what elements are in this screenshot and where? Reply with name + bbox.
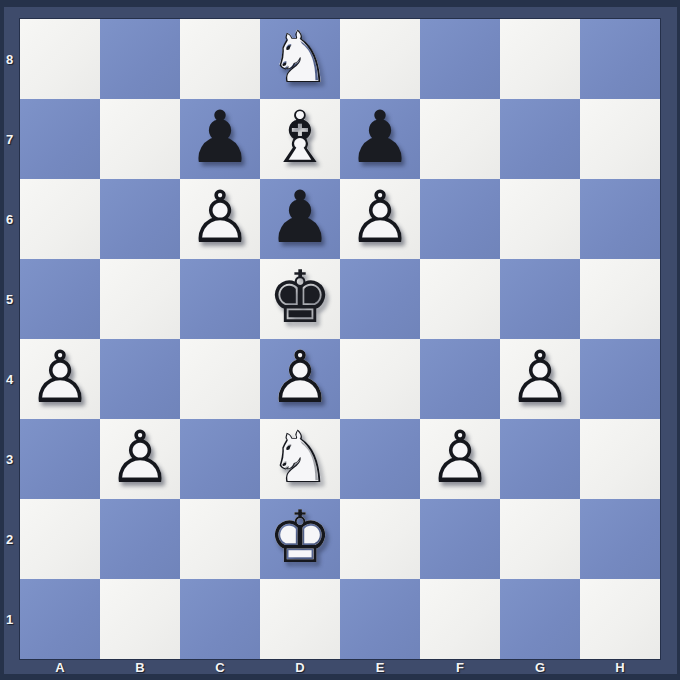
piece-fill-glyph: ♟ bbox=[180, 97, 260, 177]
white-bishop[interactable]: ♝♗ bbox=[260, 99, 340, 179]
square-a4[interactable]: ♟♙ bbox=[20, 339, 100, 419]
square-b3[interactable]: ♟♙ bbox=[100, 419, 180, 499]
black-pawn[interactable]: ♟ bbox=[260, 179, 340, 259]
square-a8[interactable] bbox=[20, 19, 100, 99]
white-pawn[interactable]: ♟♙ bbox=[260, 339, 340, 419]
square-g8[interactable] bbox=[500, 19, 580, 99]
square-g1[interactable] bbox=[500, 579, 580, 659]
square-c2[interactable] bbox=[180, 499, 260, 579]
square-d2[interactable]: ♚♔ bbox=[260, 499, 340, 579]
square-b4[interactable] bbox=[100, 339, 180, 419]
rank-label-4: 4 bbox=[0, 339, 19, 419]
square-e3[interactable] bbox=[340, 419, 420, 499]
piece-outline-glyph: ♙ bbox=[180, 177, 260, 257]
square-h2[interactable] bbox=[580, 499, 660, 579]
square-e4[interactable] bbox=[340, 339, 420, 419]
square-e7[interactable]: ♟ bbox=[340, 99, 420, 179]
file-label-h: H bbox=[580, 660, 660, 675]
piece-outline-glyph: ♙ bbox=[340, 177, 420, 257]
piece-fill-glyph: ♟ bbox=[260, 177, 340, 257]
file-label-a: A bbox=[20, 660, 100, 675]
rank-label-8: 8 bbox=[0, 19, 19, 99]
rank-label-3: 3 bbox=[0, 419, 19, 499]
white-pawn[interactable]: ♟♙ bbox=[100, 419, 180, 499]
square-a1[interactable] bbox=[20, 579, 100, 659]
file-label-d: D bbox=[260, 660, 340, 675]
square-e1[interactable] bbox=[340, 579, 420, 659]
square-g5[interactable] bbox=[500, 259, 580, 339]
square-e8[interactable] bbox=[340, 19, 420, 99]
square-b1[interactable] bbox=[100, 579, 180, 659]
square-d7[interactable]: ♝♗ bbox=[260, 99, 340, 179]
square-a5[interactable] bbox=[20, 259, 100, 339]
piece-fill-glyph: ♚ bbox=[260, 257, 340, 337]
square-c5[interactable] bbox=[180, 259, 260, 339]
rank-label-2: 2 bbox=[0, 499, 19, 579]
square-f2[interactable] bbox=[420, 499, 500, 579]
rank-label-1: 1 bbox=[0, 579, 19, 659]
piece-outline-glyph: ♙ bbox=[420, 417, 500, 497]
file-label-c: C bbox=[180, 660, 260, 675]
square-d3[interactable]: ♞♘ bbox=[260, 419, 340, 499]
square-a3[interactable] bbox=[20, 419, 100, 499]
square-f6[interactable] bbox=[420, 179, 500, 259]
white-knight[interactable]: ♞♘ bbox=[260, 419, 340, 499]
square-f4[interactable] bbox=[420, 339, 500, 419]
white-pawn[interactable]: ♟♙ bbox=[500, 339, 580, 419]
square-e6[interactable]: ♟♙ bbox=[340, 179, 420, 259]
piece-outline-glyph: ♙ bbox=[20, 337, 100, 417]
black-pawn[interactable]: ♟ bbox=[180, 99, 260, 179]
square-a2[interactable] bbox=[20, 499, 100, 579]
rank-labels: 87654321 bbox=[0, 19, 19, 659]
white-knight[interactable]: ♞♘ bbox=[260, 19, 340, 99]
square-d6[interactable]: ♟ bbox=[260, 179, 340, 259]
white-pawn[interactable]: ♟♙ bbox=[180, 179, 260, 259]
rank-label-7: 7 bbox=[0, 99, 19, 179]
rank-label-5: 5 bbox=[0, 259, 19, 339]
white-king[interactable]: ♚♔ bbox=[260, 499, 340, 579]
white-pawn[interactable]: ♟♙ bbox=[20, 339, 100, 419]
square-h4[interactable] bbox=[580, 339, 660, 419]
white-pawn[interactable]: ♟♙ bbox=[340, 179, 420, 259]
square-c6[interactable]: ♟♙ bbox=[180, 179, 260, 259]
square-h3[interactable] bbox=[580, 419, 660, 499]
chess-diagram: 87654321 ♞♘♟♝♗♟♟♙♟♟♙♚♟♙♟♙♟♙♟♙♞♘♟♙♚♔ ABCD… bbox=[0, 0, 680, 680]
square-b8[interactable] bbox=[100, 19, 180, 99]
square-g7[interactable] bbox=[500, 99, 580, 179]
square-h8[interactable] bbox=[580, 19, 660, 99]
square-f7[interactable] bbox=[420, 99, 500, 179]
square-c3[interactable] bbox=[180, 419, 260, 499]
square-b5[interactable] bbox=[100, 259, 180, 339]
piece-outline-glyph: ♗ bbox=[260, 97, 340, 177]
rank-label-6: 6 bbox=[0, 179, 19, 259]
piece-outline-glyph: ♙ bbox=[500, 337, 580, 417]
black-pawn[interactable]: ♟ bbox=[340, 99, 420, 179]
piece-outline-glyph: ♙ bbox=[100, 417, 180, 497]
piece-outline-glyph: ♔ bbox=[260, 497, 340, 577]
square-h5[interactable] bbox=[580, 259, 660, 339]
square-f3[interactable]: ♟♙ bbox=[420, 419, 500, 499]
piece-outline-glyph: ♘ bbox=[260, 417, 340, 497]
square-e5[interactable] bbox=[340, 259, 420, 339]
square-c4[interactable] bbox=[180, 339, 260, 419]
square-h7[interactable] bbox=[580, 99, 660, 179]
square-g6[interactable] bbox=[500, 179, 580, 259]
file-label-e: E bbox=[340, 660, 420, 675]
square-h6[interactable] bbox=[580, 179, 660, 259]
square-c7[interactable]: ♟ bbox=[180, 99, 260, 179]
square-e2[interactable] bbox=[340, 499, 420, 579]
file-label-b: B bbox=[100, 660, 180, 675]
square-b2[interactable] bbox=[100, 499, 180, 579]
square-d4[interactable]: ♟♙ bbox=[260, 339, 340, 419]
square-d5[interactable]: ♚ bbox=[260, 259, 340, 339]
piece-outline-glyph: ♘ bbox=[260, 17, 340, 97]
square-g3[interactable] bbox=[500, 419, 580, 499]
square-c8[interactable] bbox=[180, 19, 260, 99]
square-d8[interactable]: ♞♘ bbox=[260, 19, 340, 99]
chess-board: ♞♘♟♝♗♟♟♙♟♟♙♚♟♙♟♙♟♙♟♙♞♘♟♙♚♔ bbox=[19, 18, 661, 660]
square-h1[interactable] bbox=[580, 579, 660, 659]
file-label-g: G bbox=[500, 660, 580, 675]
piece-outline-glyph: ♙ bbox=[260, 337, 340, 417]
white-pawn[interactable]: ♟♙ bbox=[420, 419, 500, 499]
square-g2[interactable] bbox=[500, 499, 580, 579]
square-f8[interactable] bbox=[420, 19, 500, 99]
square-g4[interactable]: ♟♙ bbox=[500, 339, 580, 419]
square-a6[interactable] bbox=[20, 179, 100, 259]
square-c1[interactable] bbox=[180, 579, 260, 659]
square-d1[interactable] bbox=[260, 579, 340, 659]
square-b6[interactable] bbox=[100, 179, 180, 259]
square-f5[interactable] bbox=[420, 259, 500, 339]
piece-fill-glyph: ♟ bbox=[340, 97, 420, 177]
file-label-f: F bbox=[420, 660, 500, 675]
square-f1[interactable] bbox=[420, 579, 500, 659]
square-a7[interactable] bbox=[20, 99, 100, 179]
black-king[interactable]: ♚ bbox=[260, 259, 340, 339]
square-b7[interactable] bbox=[100, 99, 180, 179]
file-labels: ABCDEFGH bbox=[20, 660, 660, 675]
